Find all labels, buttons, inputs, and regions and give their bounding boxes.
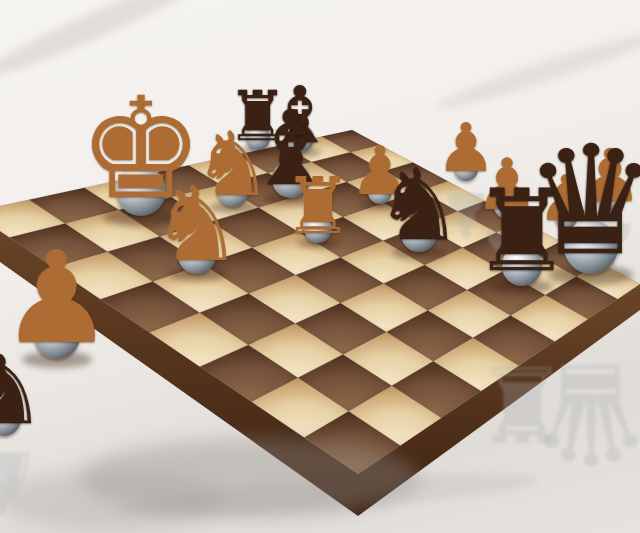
chess-photo-scene: ♜♝♟♟♝♟♞♟♟♚♟♟♟♜♞♞♛♛♜♜♟♞♞	[0, 0, 640, 533]
chess-piece-black-rook-front[interactable]: ♜	[466, 175, 579, 288]
dark-knight-glyph: ♞	[0, 343, 52, 438]
dark-knight-glyph: ♞	[370, 155, 469, 254]
light-rook-glyph: ♜	[279, 167, 357, 245]
chess-piece-black-knight[interactable]: ♞	[370, 155, 469, 254]
chess-piece-white-knight-lower[interactable]: ♞	[146, 173, 249, 276]
chess-piece-black-knight-table-cut[interactable]: ♞	[0, 343, 52, 438]
light-knight-glyph: ♞	[146, 173, 249, 276]
chess-piece-white-rook[interactable]: ♜	[279, 167, 357, 245]
dark-rook-glyph: ♜	[466, 175, 579, 288]
